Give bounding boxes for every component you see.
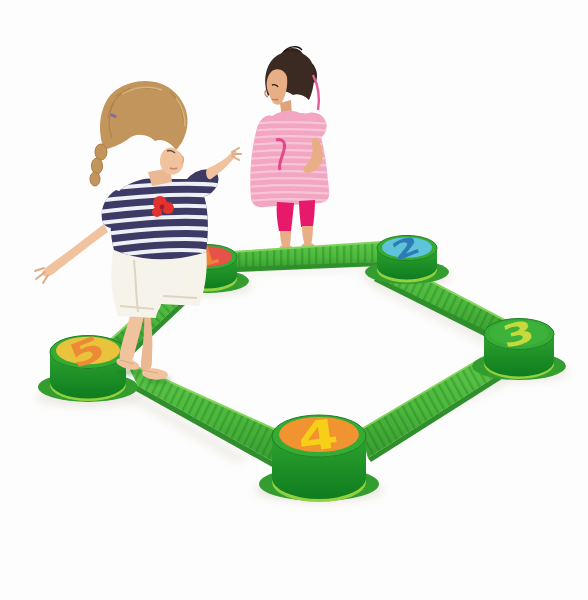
stone-4-label: 4: [295, 410, 342, 462]
balance-course-scene: 1 2 3 5: [0, 0, 588, 600]
legging-right: [299, 200, 315, 227]
product-photo: 1 2 3 5: [0, 0, 588, 600]
legging-left: [277, 202, 294, 231]
